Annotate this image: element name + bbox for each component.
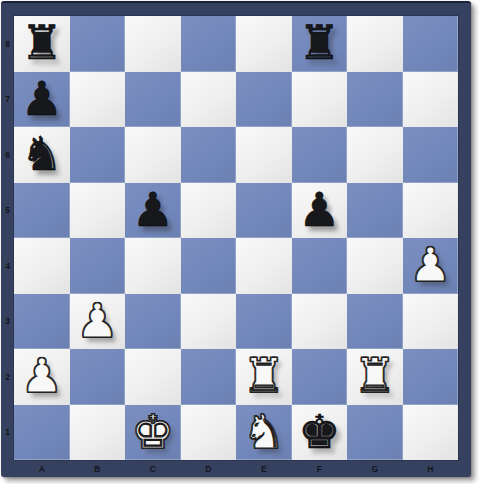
square-e7[interactable] bbox=[236, 72, 292, 128]
square-g8[interactable] bbox=[347, 16, 403, 72]
square-f7[interactable] bbox=[292, 72, 348, 128]
chess-board-frame: 87654321 ♜♜♟♞♟♟♟♟♟♜♜♚♞♚ ABCDEFGH bbox=[1, 1, 471, 477]
square-g7[interactable] bbox=[347, 72, 403, 128]
file-label-f: F bbox=[292, 460, 348, 477]
square-e3[interactable] bbox=[236, 294, 292, 350]
square-a8[interactable]: ♜ bbox=[14, 16, 70, 72]
file-label-c: C bbox=[125, 460, 181, 477]
square-e5[interactable] bbox=[236, 183, 292, 239]
square-a1[interactable] bbox=[14, 405, 70, 461]
square-h2[interactable] bbox=[403, 349, 459, 405]
square-c7[interactable] bbox=[125, 72, 181, 128]
square-c1[interactable]: ♚ bbox=[125, 405, 181, 461]
black-knight-piece: ♞ bbox=[21, 130, 63, 177]
square-a6[interactable]: ♞ bbox=[14, 127, 70, 183]
square-a3[interactable] bbox=[14, 294, 70, 350]
square-a5[interactable] bbox=[14, 183, 70, 239]
square-a7[interactable]: ♟ bbox=[14, 72, 70, 128]
square-g6[interactable] bbox=[347, 127, 403, 183]
square-e6[interactable] bbox=[236, 127, 292, 183]
square-g1[interactable] bbox=[347, 405, 403, 461]
black-king-piece: ♚ bbox=[298, 408, 340, 455]
square-b4[interactable] bbox=[70, 238, 126, 294]
file-labels: ABCDEFGH bbox=[14, 460, 458, 477]
white-pawn-piece: ♟ bbox=[76, 297, 118, 344]
square-h5[interactable] bbox=[403, 183, 459, 239]
square-b6[interactable] bbox=[70, 127, 126, 183]
square-e8[interactable] bbox=[236, 16, 292, 72]
file-label-g: G bbox=[347, 460, 403, 477]
rank-label-2: 2 bbox=[1, 349, 14, 405]
file-label-a: A bbox=[14, 460, 70, 477]
square-g3[interactable] bbox=[347, 294, 403, 350]
square-c5[interactable]: ♟ bbox=[125, 183, 181, 239]
square-h6[interactable] bbox=[403, 127, 459, 183]
square-h4[interactable]: ♟ bbox=[403, 238, 459, 294]
square-h8[interactable] bbox=[403, 16, 459, 72]
square-b3[interactable]: ♟ bbox=[70, 294, 126, 350]
square-h3[interactable] bbox=[403, 294, 459, 350]
rank-label-5: 5 bbox=[1, 183, 14, 239]
square-f3[interactable] bbox=[292, 294, 348, 350]
square-c3[interactable] bbox=[125, 294, 181, 350]
square-a4[interactable] bbox=[14, 238, 70, 294]
square-f8[interactable]: ♜ bbox=[292, 16, 348, 72]
square-b1[interactable] bbox=[70, 405, 126, 461]
white-pawn-piece: ♟ bbox=[409, 241, 451, 288]
square-c2[interactable] bbox=[125, 349, 181, 405]
file-label-b: B bbox=[70, 460, 126, 477]
white-knight-piece: ♞ bbox=[243, 408, 285, 455]
file-label-e: E bbox=[236, 460, 292, 477]
black-rook-piece: ♜ bbox=[21, 19, 63, 66]
black-pawn-piece: ♟ bbox=[21, 75, 63, 122]
square-h7[interactable] bbox=[403, 72, 459, 128]
square-c8[interactable] bbox=[125, 16, 181, 72]
square-c6[interactable] bbox=[125, 127, 181, 183]
square-f6[interactable] bbox=[292, 127, 348, 183]
rank-label-4: 4 bbox=[1, 238, 14, 294]
square-e4[interactable] bbox=[236, 238, 292, 294]
white-king-piece: ♚ bbox=[132, 408, 174, 455]
square-d4[interactable] bbox=[181, 238, 237, 294]
black-pawn-piece: ♟ bbox=[298, 186, 340, 233]
square-a2[interactable]: ♟ bbox=[14, 349, 70, 405]
square-b5[interactable] bbox=[70, 183, 126, 239]
square-g2[interactable]: ♜ bbox=[347, 349, 403, 405]
square-g4[interactable] bbox=[347, 238, 403, 294]
square-b7[interactable] bbox=[70, 72, 126, 128]
square-d1[interactable] bbox=[181, 405, 237, 461]
file-label-d: D bbox=[181, 460, 237, 477]
square-b8[interactable] bbox=[70, 16, 126, 72]
rank-label-6: 6 bbox=[1, 127, 14, 183]
square-d8[interactable] bbox=[181, 16, 237, 72]
square-d2[interactable] bbox=[181, 349, 237, 405]
square-e1[interactable]: ♞ bbox=[236, 405, 292, 461]
page: 87654321 ♜♜♟♞♟♟♟♟♟♜♜♚♞♚ ABCDEFGH bbox=[0, 0, 479, 484]
square-d7[interactable] bbox=[181, 72, 237, 128]
white-rook-piece: ♜ bbox=[354, 352, 396, 399]
square-d6[interactable] bbox=[181, 127, 237, 183]
square-h1[interactable] bbox=[403, 405, 459, 461]
rank-label-3: 3 bbox=[1, 294, 14, 350]
square-c4[interactable] bbox=[125, 238, 181, 294]
chess-board: ♜♜♟♞♟♟♟♟♟♜♜♚♞♚ bbox=[14, 16, 458, 460]
rank-label-1: 1 bbox=[1, 405, 14, 461]
white-rook-piece: ♜ bbox=[243, 352, 285, 399]
square-d5[interactable] bbox=[181, 183, 237, 239]
square-b2[interactable] bbox=[70, 349, 126, 405]
rank-label-7: 7 bbox=[1, 72, 14, 128]
black-pawn-piece: ♟ bbox=[132, 186, 174, 233]
square-f5[interactable]: ♟ bbox=[292, 183, 348, 239]
rank-labels: 87654321 bbox=[1, 16, 14, 460]
black-rook-piece: ♜ bbox=[298, 19, 340, 66]
file-label-h: H bbox=[403, 460, 459, 477]
square-f4[interactable] bbox=[292, 238, 348, 294]
square-e2[interactable]: ♜ bbox=[236, 349, 292, 405]
square-f2[interactable] bbox=[292, 349, 348, 405]
white-pawn-piece: ♟ bbox=[21, 352, 63, 399]
rank-label-8: 8 bbox=[1, 16, 14, 72]
square-d3[interactable] bbox=[181, 294, 237, 350]
square-f1[interactable]: ♚ bbox=[292, 405, 348, 461]
square-g5[interactable] bbox=[347, 183, 403, 239]
